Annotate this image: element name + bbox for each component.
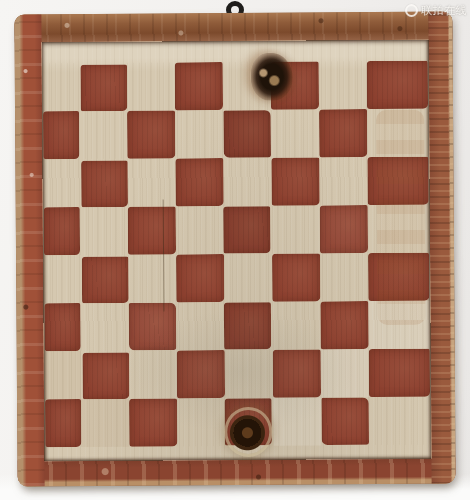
square-r5c5 <box>224 254 272 302</box>
square-r2c2 <box>79 111 127 159</box>
square-r4c7 <box>320 205 368 253</box>
square-r1c3 <box>127 62 175 110</box>
square-r6c1 <box>44 303 80 351</box>
square-r2c7 <box>319 109 367 157</box>
square-r3c7 <box>319 157 367 205</box>
rust-stain <box>376 110 425 325</box>
square-r5c1 <box>44 255 80 303</box>
burn-hole-mark <box>251 53 293 101</box>
auction-photo: 联拍在线 <box>0 0 470 500</box>
square-r1c8 <box>367 61 428 109</box>
square-r4c5 <box>223 206 270 253</box>
square-r5c4 <box>176 254 224 302</box>
frame-left-rail <box>14 14 44 486</box>
photo-watermark: 联拍在线 <box>405 4 467 17</box>
square-r1c1 <box>43 63 79 111</box>
square-r7c8 <box>369 349 430 397</box>
square-r4c2 <box>80 207 128 255</box>
game-board <box>42 40 432 462</box>
square-r1c2 <box>80 64 127 111</box>
square-r5c3 <box>128 254 176 302</box>
square-r3c6 <box>271 157 319 205</box>
square-r3c5 <box>223 158 271 206</box>
square-r2c5 <box>223 110 271 158</box>
square-r4c3 <box>128 206 176 254</box>
frame-right-rail <box>428 11 455 483</box>
square-r3c2 <box>81 160 128 207</box>
watermark-text: 联拍在线 <box>421 5 467 16</box>
square-r5c7 <box>320 253 368 301</box>
square-r8c8 <box>369 397 430 445</box>
square-r4c6 <box>272 205 320 253</box>
wooden-frame <box>14 11 455 486</box>
square-r3c3 <box>127 158 175 206</box>
watermark-circle-logo-icon <box>405 4 418 17</box>
square-r3c1 <box>43 159 79 207</box>
square-r5c6 <box>272 253 320 301</box>
frame-bottom-rail <box>17 457 455 486</box>
square-r3c4 <box>175 158 223 206</box>
square-r4c1 <box>44 207 80 255</box>
frame-top-rail <box>14 11 452 42</box>
square-r8c1 <box>45 399 81 447</box>
square-r2c3 <box>127 110 175 158</box>
square-r1c4 <box>175 62 223 110</box>
square-r2c4 <box>175 110 223 158</box>
square-r7c1 <box>45 351 81 399</box>
square-r2c1 <box>43 111 79 159</box>
square-r1c7 <box>319 61 367 109</box>
knot-hole-mark <box>227 410 269 454</box>
square-r2c6 <box>271 109 319 157</box>
square-r5c2 <box>82 256 129 303</box>
square-r4c4 <box>176 206 224 254</box>
